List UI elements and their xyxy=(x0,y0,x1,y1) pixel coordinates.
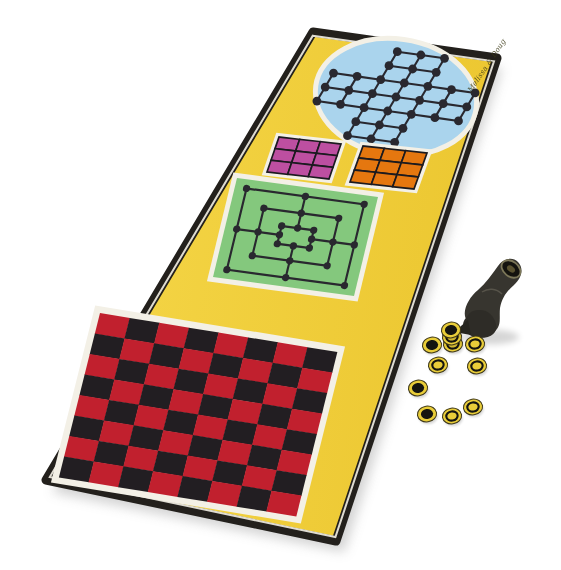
solitaire-hole xyxy=(313,97,322,106)
solitaire-hole xyxy=(417,51,426,60)
solitaire-hole xyxy=(351,117,360,126)
solitaire-hole xyxy=(375,121,384,130)
ttt-cell xyxy=(393,175,419,189)
solitaire-hole xyxy=(385,61,394,70)
solitaire-hole xyxy=(432,68,441,77)
tic-tac-toe-purple-board xyxy=(262,133,347,183)
solitaire-hole xyxy=(400,79,409,88)
solitaire-hole xyxy=(462,103,471,112)
solitaire-hole xyxy=(353,72,362,81)
solitaire-hole xyxy=(424,82,433,91)
solitaire-hole xyxy=(321,83,330,92)
solitaire-hole xyxy=(383,107,392,116)
solitaire-hole xyxy=(439,99,448,108)
checker-pieces xyxy=(407,321,487,426)
solitaire-hole xyxy=(367,135,376,144)
ttt-orange-cells xyxy=(350,146,427,189)
solitaire-hole xyxy=(415,96,424,105)
solitaire-hole xyxy=(329,69,338,78)
product-photo: Melissa & Doug xyxy=(0,0,561,570)
solitaire-hole xyxy=(392,93,401,102)
solitaire-hole xyxy=(344,86,353,95)
solitaire-hole xyxy=(431,113,440,122)
scene: Melissa & Doug xyxy=(0,0,561,570)
solitaire-hole xyxy=(407,110,416,119)
nine-mens-morris-board xyxy=(207,172,384,301)
solitaire-hole xyxy=(447,85,456,94)
solitaire-hole xyxy=(376,75,385,84)
ttt-purple-cells xyxy=(267,137,341,179)
solitaire-hole xyxy=(368,89,377,98)
drawstring-bag xyxy=(454,257,524,345)
solitaire-hole xyxy=(343,131,352,140)
tic-tac-toe-orange-board xyxy=(345,142,433,194)
solitaire-hole xyxy=(336,100,345,109)
solitaire-hole xyxy=(360,103,369,112)
solitaire-hole xyxy=(408,65,417,74)
solitaire-hole xyxy=(440,54,449,63)
solitaire-hole xyxy=(399,124,408,133)
game-rug: Melissa & Doug xyxy=(46,28,508,541)
solitaire-hole xyxy=(454,117,463,126)
solitaire-hole xyxy=(393,47,402,56)
ttt-cell xyxy=(308,165,333,179)
